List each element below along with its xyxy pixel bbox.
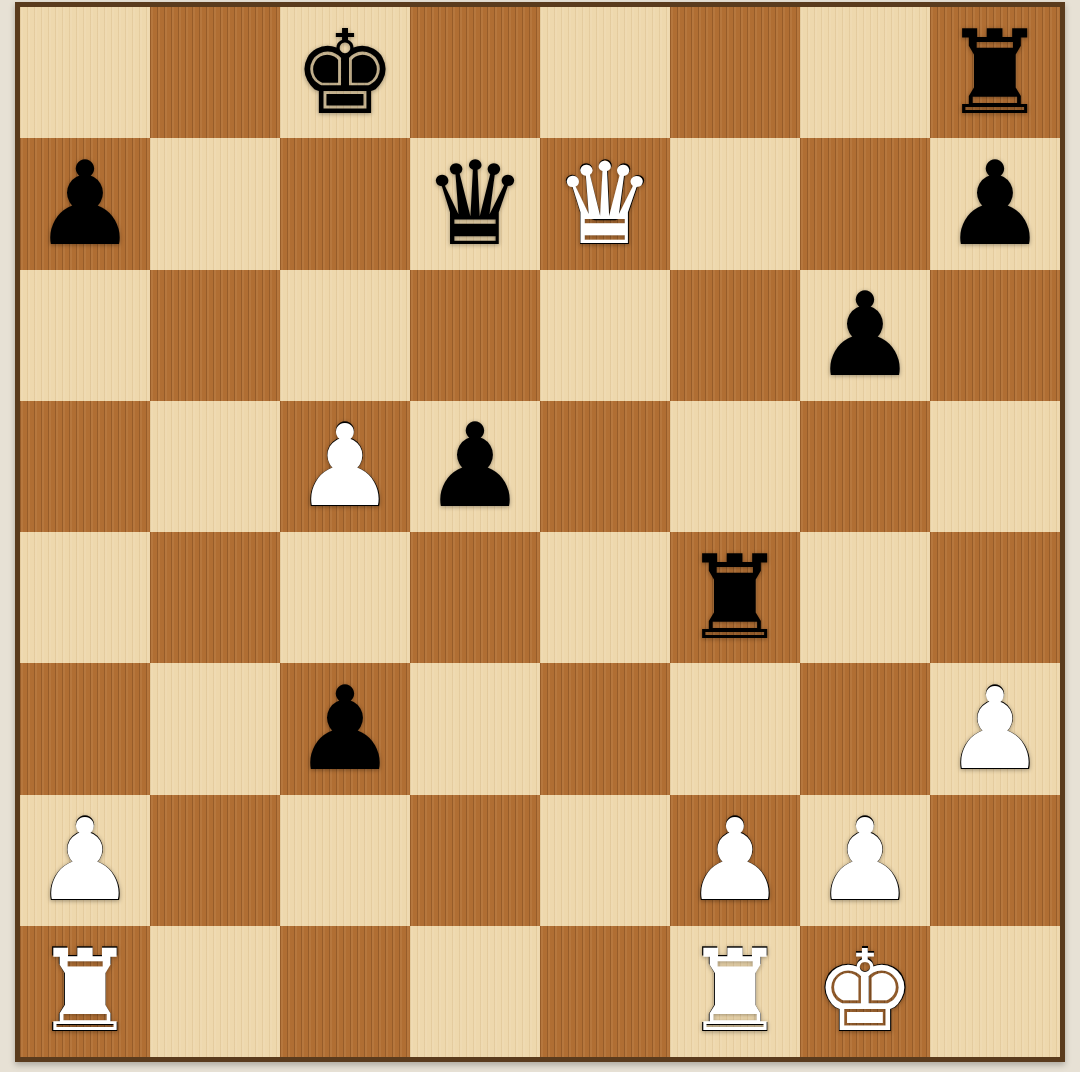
square-f6[interactable] (670, 270, 800, 401)
square-d4[interactable] (410, 532, 540, 663)
square-c5[interactable]: ♟♙ (280, 401, 410, 532)
piece-glyph: ♜ (683, 540, 787, 656)
piece-black-pawn[interactable]: ♟ (20, 138, 150, 269)
piece-black-rook[interactable]: ♜ (930, 7, 1060, 138)
piece-fill: ♚ (815, 935, 916, 1048)
square-d8[interactable] (410, 7, 540, 138)
piece-black-queen[interactable]: ♛ (410, 138, 540, 269)
piece-black-king[interactable]: ♚ (280, 7, 410, 138)
square-g6[interactable]: ♟ (800, 270, 930, 401)
square-c2[interactable] (280, 795, 410, 926)
square-e3[interactable] (540, 663, 670, 794)
piece-fill: ♟ (815, 804, 916, 917)
square-b7[interactable] (150, 138, 280, 269)
square-e2[interactable] (540, 795, 670, 926)
square-b8[interactable] (150, 7, 280, 138)
square-h3[interactable]: ♟♙ (930, 663, 1060, 794)
square-g1[interactable]: ♚♔ (800, 926, 930, 1057)
piece-white-pawn[interactable]: ♟♙ (800, 795, 930, 926)
square-f5[interactable] (670, 401, 800, 532)
piece-black-pawn[interactable]: ♟ (410, 401, 540, 532)
piece-glyph: ♟ (813, 277, 917, 393)
square-f2[interactable]: ♟♙ (670, 795, 800, 926)
piece-white-rook[interactable]: ♜♖ (670, 926, 800, 1057)
square-b3[interactable] (150, 663, 280, 794)
piece-white-pawn[interactable]: ♟♙ (670, 795, 800, 926)
piece-white-king[interactable]: ♚♔ (800, 926, 930, 1057)
square-f3[interactable] (670, 663, 800, 794)
piece-black-pawn[interactable]: ♟ (280, 663, 410, 794)
piece-glyph: ♟ (293, 671, 397, 787)
square-a2[interactable]: ♟♙ (20, 795, 150, 926)
square-g7[interactable] (800, 138, 930, 269)
piece-fill: ♜ (35, 935, 136, 1048)
square-b6[interactable] (150, 270, 280, 401)
square-c3[interactable]: ♟ (280, 663, 410, 794)
piece-white-pawn[interactable]: ♟♙ (930, 663, 1060, 794)
square-c8[interactable]: ♚ (280, 7, 410, 138)
piece-fill: ♜ (685, 935, 786, 1048)
square-c4[interactable] (280, 532, 410, 663)
square-h2[interactable] (930, 795, 1060, 926)
piece-white-pawn[interactable]: ♟♙ (280, 401, 410, 532)
square-b4[interactable] (150, 532, 280, 663)
square-g5[interactable] (800, 401, 930, 532)
square-a7[interactable]: ♟ (20, 138, 150, 269)
square-d6[interactable] (410, 270, 540, 401)
piece-white-pawn[interactable]: ♟♙ (20, 795, 150, 926)
square-g3[interactable] (800, 663, 930, 794)
square-g4[interactable] (800, 532, 930, 663)
square-a6[interactable] (20, 270, 150, 401)
square-c6[interactable] (280, 270, 410, 401)
square-f8[interactable] (670, 7, 800, 138)
square-c1[interactable] (280, 926, 410, 1057)
piece-black-pawn[interactable]: ♟ (930, 138, 1060, 269)
square-d5[interactable]: ♟ (410, 401, 540, 532)
square-f7[interactable] (670, 138, 800, 269)
square-d2[interactable] (410, 795, 540, 926)
square-e5[interactable] (540, 401, 670, 532)
square-c7[interactable] (280, 138, 410, 269)
square-e6[interactable] (540, 270, 670, 401)
square-b1[interactable] (150, 926, 280, 1057)
square-h4[interactable] (930, 532, 1060, 663)
piece-fill: ♛ (555, 148, 656, 261)
square-e7[interactable]: ♛♕ (540, 138, 670, 269)
piece-fill: ♟ (35, 804, 136, 917)
square-b2[interactable] (150, 795, 280, 926)
square-b5[interactable] (150, 401, 280, 532)
piece-glyph: ♟ (423, 408, 527, 524)
piece-white-queen[interactable]: ♛♕ (540, 138, 670, 269)
square-a3[interactable] (20, 663, 150, 794)
piece-glyph: ♜ (943, 15, 1047, 131)
piece-glyph: ♟ (943, 146, 1047, 262)
square-a1[interactable]: ♜♖ (20, 926, 150, 1057)
square-g8[interactable] (800, 7, 930, 138)
square-d3[interactable] (410, 663, 540, 794)
square-f4[interactable]: ♜ (670, 532, 800, 663)
chess-board-frame: ♚♜♟♛♛♕♟♟♟♙♟♜♟♟♙♟♙♟♙♟♙♜♖♜♖♚♔ (15, 2, 1065, 1062)
square-h1[interactable] (930, 926, 1060, 1057)
piece-glyph: ♟ (33, 146, 137, 262)
square-h8[interactable]: ♜ (930, 7, 1060, 138)
piece-black-pawn[interactable]: ♟ (800, 270, 930, 401)
square-e8[interactable] (540, 7, 670, 138)
square-a8[interactable] (20, 7, 150, 138)
piece-fill: ♟ (295, 410, 396, 523)
square-g2[interactable]: ♟♙ (800, 795, 930, 926)
square-e4[interactable] (540, 532, 670, 663)
piece-fill: ♟ (685, 804, 786, 917)
piece-glyph: ♛ (423, 146, 527, 262)
square-d1[interactable] (410, 926, 540, 1057)
piece-white-rook[interactable]: ♜♖ (20, 926, 150, 1057)
square-e1[interactable] (540, 926, 670, 1057)
chess-board: ♚♜♟♛♛♕♟♟♟♙♟♜♟♟♙♟♙♟♙♟♙♜♖♜♖♚♔ (15, 2, 1065, 1062)
square-d7[interactable]: ♛ (410, 138, 540, 269)
square-h7[interactable]: ♟ (930, 138, 1060, 269)
square-a5[interactable] (20, 401, 150, 532)
piece-fill: ♟ (945, 673, 1046, 786)
square-h6[interactable] (930, 270, 1060, 401)
piece-glyph: ♚ (293, 15, 397, 131)
square-f1[interactable]: ♜♖ (670, 926, 800, 1057)
square-a4[interactable] (20, 532, 150, 663)
piece-black-rook[interactable]: ♜ (670, 532, 800, 663)
square-h5[interactable] (930, 401, 1060, 532)
